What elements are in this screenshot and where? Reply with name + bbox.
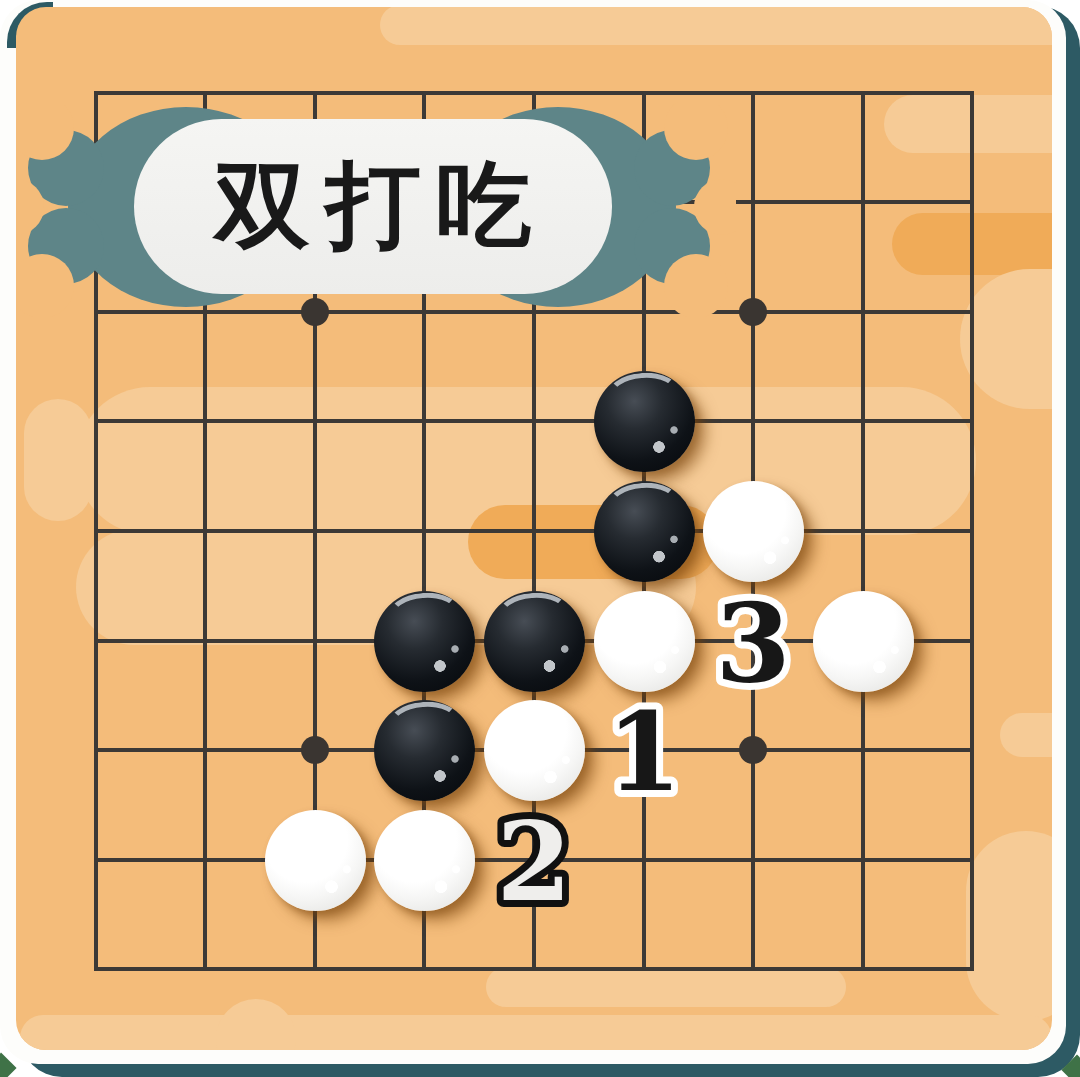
- intersection-9-4: [917, 367, 1027, 477]
- intersection-8-6: [808, 586, 918, 696]
- intersection-1-9: [41, 914, 151, 1024]
- intersection-8-1: [808, 38, 918, 148]
- intersection-9-5: [917, 476, 1027, 586]
- star-point: [739, 298, 767, 326]
- intersection-6-8: [589, 805, 699, 915]
- intersection-3-4: [260, 367, 370, 477]
- intersection-2-8: [151, 805, 261, 915]
- intersection-9-8: [917, 805, 1027, 915]
- banner-title: 双打吃: [134, 119, 612, 294]
- intersection-8-2: [808, 148, 918, 258]
- intersection-3-9: [260, 914, 370, 1024]
- move-label-3: 3: [678, 566, 828, 716]
- intersection-4-5: [370, 476, 480, 586]
- intersection-3-7: [260, 695, 370, 805]
- intersection-5-8: 2: [479, 805, 589, 915]
- poster-canvas: 312: [0, 0, 1080, 1077]
- black-stone: [594, 481, 695, 582]
- star-point: [739, 736, 767, 764]
- intersection-8-3: [808, 257, 918, 367]
- intersection-1-6: [41, 586, 151, 696]
- intersection-5-4: [479, 367, 589, 477]
- svg-text:2: 2: [496, 799, 571, 925]
- svg-text:3: 3: [716, 580, 791, 706]
- intersection-1-7: [41, 695, 151, 805]
- black-stone: [594, 371, 695, 472]
- intersection-8-9: [808, 914, 918, 1024]
- white-stone: [374, 810, 475, 911]
- intersection-4-4: [370, 367, 480, 477]
- intersection-9-6: [917, 586, 1027, 696]
- star-point: [301, 736, 329, 764]
- intersection-1-8: [41, 805, 151, 915]
- svg-text:1: 1: [606, 689, 681, 815]
- black-stone: [374, 591, 475, 692]
- white-stone: [484, 700, 585, 801]
- intersection-5-7: [479, 695, 589, 805]
- intersection-4-7: [370, 695, 480, 805]
- orange-background: 312: [16, 7, 1052, 1050]
- intersection-4-8: [370, 805, 480, 915]
- intersection-4-9: [370, 914, 480, 1024]
- intersection-8-7: [808, 695, 918, 805]
- intersection-2-5: [151, 476, 261, 586]
- intersection-9-9: [917, 914, 1027, 1024]
- intersection-8-5: [808, 476, 918, 586]
- intersection-7-6: 3: [698, 586, 808, 696]
- intersection-6-4: [589, 367, 699, 477]
- intersection-8-4: [808, 367, 918, 477]
- intersection-1-4: [41, 367, 151, 477]
- intersection-5-9: [479, 914, 589, 1024]
- white-stone: [265, 810, 366, 911]
- intersection-9-1: [917, 38, 1027, 148]
- black-stone: [484, 591, 585, 692]
- banner: 双打吃: [16, 102, 736, 317]
- intersection-2-6: [151, 586, 261, 696]
- intersection-6-6: [589, 586, 699, 696]
- intersection-7-8: [698, 805, 808, 915]
- intersection-7-9: [698, 914, 808, 1024]
- intersection-9-7: [917, 695, 1027, 805]
- intersection-6-7: 1: [589, 695, 699, 805]
- intersection-3-8: [260, 805, 370, 915]
- intersection-3-5: [260, 476, 370, 586]
- move-label-2: 2: [459, 785, 609, 935]
- white-stone: [703, 481, 804, 582]
- intersection-2-4: [151, 367, 261, 477]
- intersection-1-5: [41, 476, 151, 586]
- intersection-6-9: [589, 914, 699, 1024]
- intersection-9-2: [917, 148, 1027, 258]
- intersection-8-8: [808, 805, 918, 915]
- intersection-6-5: [589, 476, 699, 586]
- move-label-1: 1: [569, 675, 719, 825]
- intersection-5-5: [479, 476, 589, 586]
- intersection-3-6: [260, 586, 370, 696]
- white-stone: [813, 591, 914, 692]
- intersection-2-7: [151, 695, 261, 805]
- intersection-7-5: [698, 476, 808, 586]
- black-stone: [374, 700, 475, 801]
- white-stone: [594, 591, 695, 692]
- intersection-7-7: [698, 695, 808, 805]
- intersection-4-6: [370, 586, 480, 696]
- intersection-7-4: [698, 367, 808, 477]
- intersection-2-9: [151, 914, 261, 1024]
- intersection-5-6: [479, 586, 589, 696]
- intersection-9-3: [917, 257, 1027, 367]
